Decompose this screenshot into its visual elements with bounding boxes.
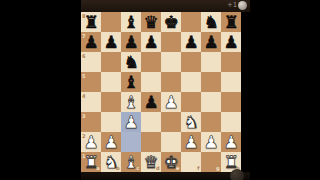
- square-b6[interactable]: [101, 52, 121, 72]
- square-b1[interactable]: ♞b: [101, 152, 121, 172]
- square-b3[interactable]: [101, 112, 121, 132]
- square-g3[interactable]: [201, 112, 221, 132]
- piece-black-pawn[interactable]: ♟: [181, 32, 201, 52]
- file-label-b: b: [116, 165, 120, 171]
- piece-black-pawn[interactable]: ♟: [121, 32, 141, 52]
- piece-white-bishop[interactable]: ♝: [121, 92, 141, 112]
- square-g7[interactable]: ♟: [201, 32, 221, 52]
- square-c1[interactable]: ♝c: [121, 152, 141, 172]
- square-f1[interactable]: f: [181, 152, 201, 172]
- square-b7[interactable]: ♟: [101, 32, 121, 52]
- square-d8[interactable]: ♛: [141, 12, 161, 32]
- square-a3[interactable]: 3: [81, 112, 101, 132]
- rank-label-6: 6: [82, 53, 85, 59]
- piece-white-pawn[interactable]: ♟: [201, 132, 221, 152]
- file-label-f: f: [197, 165, 199, 171]
- square-c6[interactable]: ♞: [121, 52, 141, 72]
- square-e3[interactable]: [161, 112, 181, 132]
- square-b2[interactable]: ♟: [101, 132, 121, 152]
- square-e6[interactable]: [161, 52, 181, 72]
- square-h6[interactable]: [221, 52, 241, 72]
- square-g6[interactable]: [201, 52, 221, 72]
- piece-black-knight[interactable]: ♞: [201, 12, 221, 32]
- square-g8[interactable]: ♞: [201, 12, 221, 32]
- square-c5[interactable]: ♝: [121, 72, 141, 92]
- square-e7[interactable]: [161, 32, 181, 52]
- chess-board[interactable]: ♜8♝♛♚♞♜♟7♟♟♟♟♟♟6♞5♝4♝♟♟3♟♞♟2♟♟♟♟♜1a♞b♝c♛…: [81, 12, 241, 172]
- square-b4[interactable]: [101, 92, 121, 112]
- square-g1[interactable]: g: [201, 152, 221, 172]
- piece-white-pawn[interactable]: ♟: [181, 132, 201, 152]
- square-f7[interactable]: ♟: [181, 32, 201, 52]
- square-a6[interactable]: 6: [81, 52, 101, 72]
- square-e1[interactable]: ♚e: [161, 152, 181, 172]
- rank-label-2: 2: [82, 133, 85, 139]
- square-f4[interactable]: [181, 92, 201, 112]
- piece-white-pawn[interactable]: ♟: [101, 132, 121, 152]
- piece-black-bishop[interactable]: ♝: [121, 12, 141, 32]
- square-c8[interactable]: ♝: [121, 12, 141, 32]
- letterbox-left: [0, 0, 79, 180]
- piece-black-king[interactable]: ♚: [161, 12, 181, 32]
- bottom-bar: [81, 172, 250, 180]
- square-d7[interactable]: ♟: [141, 32, 161, 52]
- square-f2[interactable]: ♟: [181, 132, 201, 152]
- piece-black-knight[interactable]: ♞: [121, 52, 141, 72]
- sphere-icon[interactable]: [238, 1, 247, 10]
- square-b5[interactable]: [101, 72, 121, 92]
- square-a1[interactable]: ♜1a: [81, 152, 101, 172]
- square-f5[interactable]: [181, 72, 201, 92]
- square-h2[interactable]: ♟: [221, 132, 241, 152]
- sphere-icon-bottom[interactable]: [230, 169, 244, 180]
- rank-label-8: 8: [82, 13, 85, 19]
- square-h4[interactable]: [221, 92, 241, 112]
- square-e5[interactable]: [161, 72, 181, 92]
- square-e8[interactable]: ♚: [161, 12, 181, 32]
- square-b8[interactable]: [101, 12, 121, 32]
- square-f8[interactable]: [181, 12, 201, 32]
- square-f6[interactable]: [181, 52, 201, 72]
- square-g5[interactable]: [201, 72, 221, 92]
- letterbox-right: [250, 0, 320, 180]
- square-a7[interactable]: ♟7: [81, 32, 101, 52]
- square-d5[interactable]: [141, 72, 161, 92]
- top-bar: [81, 0, 250, 12]
- piece-white-pawn[interactable]: ♟: [121, 112, 141, 132]
- square-a4[interactable]: 4: [81, 92, 101, 112]
- square-e4[interactable]: ♟: [161, 92, 181, 112]
- file-label-c: c: [137, 165, 140, 171]
- piece-black-queen[interactable]: ♛: [141, 12, 161, 32]
- file-label-a: a: [96, 165, 99, 171]
- piece-white-knight[interactable]: ♞: [181, 112, 201, 132]
- rank-label-4: 4: [82, 93, 85, 99]
- square-h7[interactable]: ♟: [221, 32, 241, 52]
- rank-label-1: 1: [82, 153, 85, 159]
- piece-black-pawn[interactable]: ♟: [201, 32, 221, 52]
- square-d1[interactable]: ♛d: [141, 152, 161, 172]
- square-d2[interactable]: [141, 132, 161, 152]
- piece-black-rook[interactable]: ♜: [221, 12, 241, 32]
- square-d3[interactable]: [141, 112, 161, 132]
- square-c4[interactable]: ♝: [121, 92, 141, 112]
- file-label-d: d: [156, 165, 160, 171]
- piece-black-pawn[interactable]: ♟: [141, 32, 161, 52]
- piece-black-bishop[interactable]: ♝: [121, 72, 141, 92]
- piece-black-pawn[interactable]: ♟: [221, 32, 241, 52]
- video-frame: +1 ♜8♝♛♚♞♜♟7♟♟♟♟♟♟6♞5♝4♝♟♟3♟♞♟2♟♟♟♟♜1a♞b…: [0, 0, 320, 180]
- square-a2[interactable]: ♟2: [81, 132, 101, 152]
- rank-label-7: 7: [82, 33, 85, 39]
- square-d4[interactable]: ♟: [141, 92, 161, 112]
- square-f3[interactable]: ♞: [181, 112, 201, 132]
- square-c7[interactable]: ♟: [121, 32, 141, 52]
- square-a5[interactable]: 5: [81, 72, 101, 92]
- file-label-g: g: [216, 165, 220, 171]
- square-c3[interactable]: ♟: [121, 112, 141, 132]
- square-h8[interactable]: ♜: [221, 12, 241, 32]
- piece-black-pawn[interactable]: ♟: [101, 32, 121, 52]
- square-d6[interactable]: [141, 52, 161, 72]
- square-g4[interactable]: [201, 92, 221, 112]
- piece-white-pawn[interactable]: ♟: [161, 92, 181, 112]
- square-h5[interactable]: [221, 72, 241, 92]
- square-a8[interactable]: ♜8: [81, 12, 101, 32]
- rank-label-5: 5: [82, 73, 85, 79]
- rank-label-3: 3: [82, 113, 85, 119]
- square-e2[interactable]: [161, 132, 181, 152]
- square-h3[interactable]: [221, 112, 241, 132]
- file-label-e: e: [176, 165, 179, 171]
- square-c2[interactable]: [121, 132, 141, 152]
- piece-black-pawn[interactable]: ♟: [141, 92, 161, 112]
- piece-white-pawn[interactable]: ♟: [221, 132, 241, 152]
- square-g2[interactable]: ♟: [201, 132, 221, 152]
- score-badge: +1: [227, 1, 237, 10]
